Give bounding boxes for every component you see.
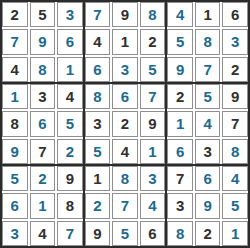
cell-r6c3[interactable]: 2 (57, 139, 83, 164)
cell-r3c6[interactable]: 5 (140, 57, 166, 82)
cell-r4c8[interactable]: 5 (195, 84, 221, 109)
cell-r6c2[interactable]: 7 (30, 139, 56, 164)
cell-r6c1[interactable]: 9 (2, 139, 28, 164)
sudoku-board: 2537964817984126354165839721348659728673… (0, 0, 250, 248)
cell-r9c1[interactable]: 3 (2, 221, 28, 246)
cell-r7c4[interactable]: 1 (85, 166, 111, 191)
cell-r8c1[interactable]: 6 (2, 193, 28, 218)
box-1: 253796481 (2, 2, 83, 82)
cell-r4c9[interactable]: 9 (222, 84, 248, 109)
cell-r7c2[interactable]: 2 (30, 166, 56, 191)
cell-r9c6[interactable]: 6 (140, 221, 166, 246)
box-7: 529618347 (2, 166, 83, 246)
cell-r1c6[interactable]: 8 (140, 2, 166, 27)
box-3: 416583972 (167, 2, 248, 82)
cell-r4c2[interactable]: 3 (30, 84, 56, 109)
cell-r3c9[interactable]: 2 (222, 57, 248, 82)
box-9: 764395821 (167, 166, 248, 246)
cell-r3c3[interactable]: 1 (57, 57, 83, 82)
cell-r8c2[interactable]: 1 (30, 193, 56, 218)
cell-r1c1[interactable]: 2 (2, 2, 28, 27)
cell-r9c5[interactable]: 5 (112, 221, 138, 246)
cell-r5c3[interactable]: 5 (57, 111, 83, 136)
cell-r6c6[interactable]: 1 (140, 139, 166, 164)
cell-r2c9[interactable]: 3 (222, 29, 248, 54)
cell-r5c2[interactable]: 6 (30, 111, 56, 136)
cell-r4c6[interactable]: 7 (140, 84, 166, 109)
cell-r8c9[interactable]: 5 (222, 193, 248, 218)
box-6: 259147638 (167, 84, 248, 164)
cell-r5c6[interactable]: 9 (140, 111, 166, 136)
cell-r2c6[interactable]: 2 (140, 29, 166, 54)
cell-r3c1[interactable]: 4 (2, 57, 28, 82)
cell-r9c9[interactable]: 1 (222, 221, 248, 246)
box-4: 134865972 (2, 84, 83, 164)
cell-r6c4[interactable]: 5 (85, 139, 111, 164)
cell-r7c3[interactable]: 9 (57, 166, 83, 191)
cell-r1c5[interactable]: 9 (112, 2, 138, 27)
cell-r5c4[interactable]: 3 (85, 111, 111, 136)
cell-r5c1[interactable]: 8 (2, 111, 28, 136)
cell-r6c9[interactable]: 8 (222, 139, 248, 164)
cell-r7c7[interactable]: 7 (167, 166, 193, 191)
cell-r3c4[interactable]: 6 (85, 57, 111, 82)
cell-r8c7[interactable]: 3 (167, 193, 193, 218)
cell-r9c2[interactable]: 4 (30, 221, 56, 246)
cell-r3c8[interactable]: 7 (195, 57, 221, 82)
cell-r6c5[interactable]: 4 (112, 139, 138, 164)
cell-r7c8[interactable]: 6 (195, 166, 221, 191)
cell-r1c8[interactable]: 1 (195, 2, 221, 27)
cell-r3c7[interactable]: 9 (167, 57, 193, 82)
cell-r5c9[interactable]: 7 (222, 111, 248, 136)
cell-r9c8[interactable]: 2 (195, 221, 221, 246)
cell-r1c3[interactable]: 3 (57, 2, 83, 27)
cell-r1c9[interactable]: 6 (222, 2, 248, 27)
cell-r8c8[interactable]: 9 (195, 193, 221, 218)
box-5: 867329541 (85, 84, 166, 164)
cell-r1c2[interactable]: 5 (30, 2, 56, 27)
cell-r7c6[interactable]: 3 (140, 166, 166, 191)
cell-r8c3[interactable]: 8 (57, 193, 83, 218)
cell-r2c3[interactable]: 6 (57, 29, 83, 54)
cell-r3c2[interactable]: 8 (30, 57, 56, 82)
cell-r7c1[interactable]: 5 (2, 166, 28, 191)
cell-r9c7[interactable]: 8 (167, 221, 193, 246)
cell-r2c8[interactable]: 8 (195, 29, 221, 54)
cell-r1c7[interactable]: 4 (167, 2, 193, 27)
cell-r8c6[interactable]: 4 (140, 193, 166, 218)
cell-r7c5[interactable]: 8 (112, 166, 138, 191)
cell-r3c5[interactable]: 3 (112, 57, 138, 82)
cell-r4c7[interactable]: 2 (167, 84, 193, 109)
cell-r9c3[interactable]: 7 (57, 221, 83, 246)
cell-r2c7[interactable]: 5 (167, 29, 193, 54)
box-8: 183274956 (85, 166, 166, 246)
cell-r4c5[interactable]: 6 (112, 84, 138, 109)
cell-r8c5[interactable]: 7 (112, 193, 138, 218)
cell-r6c8[interactable]: 3 (195, 139, 221, 164)
cell-r8c4[interactable]: 2 (85, 193, 111, 218)
cell-r7c9[interactable]: 4 (222, 166, 248, 191)
cell-r4c3[interactable]: 4 (57, 84, 83, 109)
cell-r5c5[interactable]: 2 (112, 111, 138, 136)
cell-r1c4[interactable]: 7 (85, 2, 111, 27)
cell-r2c1[interactable]: 7 (2, 29, 28, 54)
cell-r5c7[interactable]: 1 (167, 111, 193, 136)
cell-r2c2[interactable]: 9 (30, 29, 56, 54)
cell-r4c1[interactable]: 1 (2, 84, 28, 109)
cell-r2c4[interactable]: 4 (85, 29, 111, 54)
cell-r6c7[interactable]: 6 (167, 139, 193, 164)
cell-r2c5[interactable]: 1 (112, 29, 138, 54)
box-2: 798412635 (85, 2, 166, 82)
cell-r5c8[interactable]: 4 (195, 111, 221, 136)
cell-r4c4[interactable]: 8 (85, 84, 111, 109)
cell-r9c4[interactable]: 9 (85, 221, 111, 246)
